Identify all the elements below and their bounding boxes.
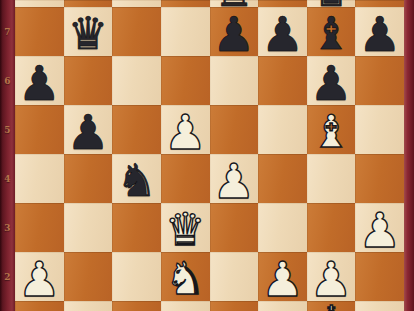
square-e2[interactable] [210,252,259,301]
square-g8[interactable]: ♚ [307,0,356,7]
rank-label-6: 6 [0,76,15,85]
square-c3[interactable] [112,203,161,252]
piece-white-pawn-a2: ♟ [15,254,64,301]
rank-label-7: 7 [0,27,15,36]
piece-white-pawn-f2: ♟ [258,254,307,301]
piece-white-king-g1: ♚ [307,301,356,311]
square-f1[interactable] [258,301,307,311]
square-e6[interactable] [210,56,259,105]
piece-black-pawn-h7: ♟ [355,9,404,56]
square-a4[interactable] [15,154,64,203]
square-b6[interactable] [64,56,113,105]
square-d7[interactable] [161,7,210,56]
square-h8[interactable] [355,0,404,7]
piece-white-pawn-d5: ♟ [161,107,210,154]
square-g5[interactable]: ♝ [307,105,356,154]
board-right-border [404,0,414,311]
piece-white-pawn-h3: ♟ [355,205,404,252]
rank-label-2: 2 [0,272,15,281]
piece-black-knight-c4: ♞ [112,156,161,203]
square-h1[interactable] [355,301,404,311]
square-b1[interactable] [64,301,113,311]
square-e1[interactable] [210,301,259,311]
square-h2[interactable] [355,252,404,301]
piece-black-pawn-b5: ♟ [64,107,113,154]
square-b4[interactable] [64,154,113,203]
square-d1[interactable] [161,301,210,311]
square-c5[interactable] [112,105,161,154]
square-a7[interactable] [15,7,64,56]
piece-black-bishop-g7: ♝ [307,9,356,56]
square-h4[interactable] [355,154,404,203]
square-a5[interactable] [15,105,64,154]
square-e8[interactable]: ♜ [210,0,259,7]
piece-black-pawn-g6: ♟ [307,58,356,105]
square-f2[interactable]: ♟ [258,252,307,301]
square-h5[interactable] [355,105,404,154]
square-d2[interactable]: ♞ [161,252,210,301]
piece-white-bishop-g5: ♝ [307,107,356,154]
piece-white-pawn-g2: ♟ [307,254,356,301]
square-d6[interactable] [161,56,210,105]
rank-label-5: 5 [0,125,15,134]
square-f5[interactable] [258,105,307,154]
piece-white-pawn-e4: ♟ [210,156,259,203]
square-f4[interactable] [258,154,307,203]
square-f8[interactable] [258,0,307,7]
square-f6[interactable] [258,56,307,105]
square-b3[interactable] [64,203,113,252]
square-g2[interactable]: ♟ [307,252,356,301]
square-g3[interactable] [307,203,356,252]
square-c6[interactable] [112,56,161,105]
piece-black-rook-e8: ♜ [210,0,259,7]
square-b8[interactable] [64,0,113,7]
square-g6[interactable]: ♟ [307,56,356,105]
square-a6[interactable]: ♟ [15,56,64,105]
square-d4[interactable] [161,154,210,203]
square-h6[interactable] [355,56,404,105]
piece-black-pawn-e7: ♟ [210,9,259,56]
square-f3[interactable] [258,203,307,252]
square-h3[interactable]: ♟ [355,203,404,252]
square-a3[interactable] [15,203,64,252]
square-d8[interactable] [161,0,210,7]
board-left-border: 765432 [0,0,15,311]
square-a8[interactable] [15,0,64,7]
square-b5[interactable]: ♟ [64,105,113,154]
square-g4[interactable] [307,154,356,203]
chess-diagram: 765432 ♜♚♛♟♟♝♟♟♟♟♟♝♞♟♛♟♟♞♟♟♚ [0,0,414,311]
piece-black-pawn-a6: ♟ [15,58,64,105]
square-c7[interactable] [112,7,161,56]
square-e3[interactable] [210,203,259,252]
piece-white-knight-d2: ♞ [161,254,210,301]
square-h7[interactable]: ♟ [355,7,404,56]
piece-black-queen-b7: ♛ [64,9,113,56]
square-e5[interactable] [210,105,259,154]
piece-black-pawn-f7: ♟ [258,9,307,56]
square-g7[interactable]: ♝ [307,7,356,56]
square-a2[interactable]: ♟ [15,252,64,301]
square-b2[interactable] [64,252,113,301]
square-c8[interactable] [112,0,161,7]
square-e7[interactable]: ♟ [210,7,259,56]
square-c2[interactable] [112,252,161,301]
square-a1[interactable] [15,301,64,311]
piece-white-queen-d3: ♛ [161,205,210,252]
square-e4[interactable]: ♟ [210,154,259,203]
square-c4[interactable]: ♞ [112,154,161,203]
square-g1[interactable]: ♚ [307,301,356,311]
piece-black-king-g8: ♚ [307,0,356,7]
square-d5[interactable]: ♟ [161,105,210,154]
square-f7[interactable]: ♟ [258,7,307,56]
square-c1[interactable] [112,301,161,311]
rank-label-3: 3 [0,223,15,232]
rank-label-4: 4 [0,174,15,183]
square-d3[interactable]: ♛ [161,203,210,252]
chess-board: ♜♚♛♟♟♝♟♟♟♟♟♝♞♟♛♟♟♞♟♟♚ [15,0,404,311]
square-b7[interactable]: ♛ [64,7,113,56]
